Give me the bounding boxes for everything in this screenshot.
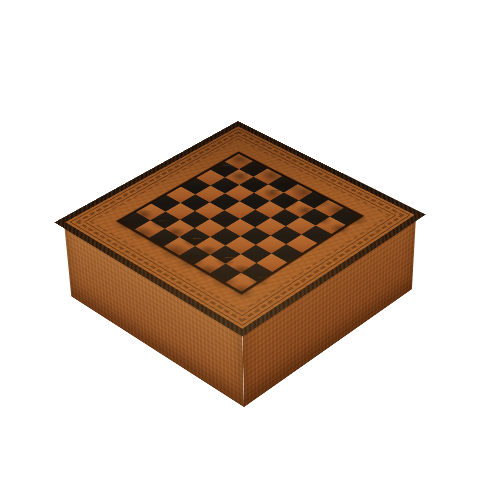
square-h5[interactable] [286,234,317,252]
square-g5[interactable] [270,226,300,244]
square-g6[interactable] [285,217,315,234]
rook-glyph: ♜ [215,206,266,300]
square-h4[interactable] [271,243,302,261]
pawn-glyph: ♟ [322,174,354,233]
chess-set-photo: ♜♞♝♚♛♝♞♜♟♟♟♟♟♟♟♟♟♟♟♟♟♟♟♟♜♞♝♚♛♝♞♜ [0,0,480,480]
square-h6[interactable] [301,225,331,243]
chess-board: ♜♞♝♚♛♝♞♜♟♟♟♟♟♟♟♟♟♟♟♟♟♟♟♟♜♞♝♚♛♝♞♜ [54,120,426,336]
